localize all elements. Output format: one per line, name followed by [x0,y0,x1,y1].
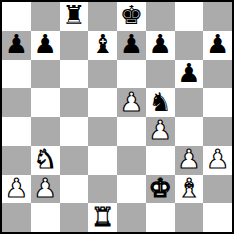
square-a2[interactable]: ♟ [2,175,31,204]
white-pawn[interactable]: ♟ [33,175,56,201]
square-g5[interactable] [175,88,204,117]
square-e1[interactable] [117,203,146,232]
square-d7[interactable]: ♝ [88,31,117,60]
square-g1[interactable] [175,203,204,232]
square-d5[interactable] [88,88,117,117]
white-pawn[interactable]: ♟ [177,146,200,172]
white-pawn[interactable]: ♟ [148,117,171,143]
square-d1[interactable]: ♜ [88,203,117,232]
square-g8[interactable] [175,2,204,31]
square-c6[interactable] [60,60,89,89]
square-f4[interactable]: ♟ [146,117,175,146]
black-pawn[interactable]: ♟ [148,31,171,57]
black-pawn[interactable]: ♟ [120,31,143,57]
square-c2[interactable] [60,175,89,204]
square-f1[interactable] [146,203,175,232]
square-c4[interactable] [60,117,89,146]
chess-diagram: ♜♚♟♟♝♟♟♟♟♟♞♟♞♟♟♟♟♚♝♜ [0,0,234,234]
square-b5[interactable] [31,88,60,117]
square-a5[interactable] [2,88,31,117]
square-c3[interactable] [60,146,89,175]
square-a4[interactable] [2,117,31,146]
square-f8[interactable] [146,2,175,31]
white-bishop[interactable]: ♝ [177,175,200,201]
square-h6[interactable] [203,60,232,89]
square-g2[interactable]: ♝ [175,175,204,204]
square-e5[interactable]: ♟ [117,88,146,117]
square-b1[interactable] [31,203,60,232]
square-e8[interactable]: ♚ [117,2,146,31]
black-king[interactable]: ♚ [120,2,143,28]
black-pawn[interactable]: ♟ [5,31,28,57]
square-a7[interactable]: ♟ [2,31,31,60]
white-pawn[interactable]: ♟ [120,89,143,115]
square-e7[interactable]: ♟ [117,31,146,60]
square-a3[interactable] [2,146,31,175]
square-h3[interactable]: ♟ [203,146,232,175]
square-d6[interactable] [88,60,117,89]
square-b3[interactable]: ♞ [31,146,60,175]
square-f2[interactable]: ♚ [146,175,175,204]
square-d3[interactable] [88,146,117,175]
square-g3[interactable]: ♟ [175,146,204,175]
black-rook[interactable]: ♜ [62,2,85,28]
square-h5[interactable] [203,88,232,117]
square-b4[interactable] [31,117,60,146]
black-bishop[interactable]: ♝ [91,31,114,57]
square-h4[interactable] [203,117,232,146]
square-d8[interactable] [88,2,117,31]
square-e2[interactable] [117,175,146,204]
square-f3[interactable] [146,146,175,175]
chess-board: ♜♚♟♟♝♟♟♟♟♟♞♟♞♟♟♟♟♚♝♜ [0,0,234,234]
square-f5[interactable]: ♞ [146,88,175,117]
black-pawn[interactable]: ♟ [33,31,56,57]
square-a1[interactable] [2,203,31,232]
square-c1[interactable] [60,203,89,232]
square-e4[interactable] [117,117,146,146]
square-c8[interactable]: ♜ [60,2,89,31]
square-b6[interactable] [31,60,60,89]
white-king[interactable]: ♚ [148,175,171,201]
white-rook[interactable]: ♜ [91,204,114,230]
square-d4[interactable] [88,117,117,146]
square-g4[interactable] [175,117,204,146]
white-knight[interactable]: ♞ [33,146,56,172]
white-pawn[interactable]: ♟ [206,146,229,172]
square-g7[interactable] [175,31,204,60]
white-pawn[interactable]: ♟ [5,175,28,201]
square-f7[interactable]: ♟ [146,31,175,60]
square-h1[interactable] [203,203,232,232]
square-f6[interactable] [146,60,175,89]
square-a8[interactable] [2,2,31,31]
square-b7[interactable]: ♟ [31,31,60,60]
black-pawn[interactable]: ♟ [206,31,229,57]
square-b8[interactable] [31,2,60,31]
square-c5[interactable] [60,88,89,117]
square-a6[interactable] [2,60,31,89]
black-knight[interactable]: ♞ [148,89,171,115]
square-h2[interactable] [203,175,232,204]
square-g6[interactable]: ♟ [175,60,204,89]
black-pawn[interactable]: ♟ [177,60,200,86]
square-e3[interactable] [117,146,146,175]
square-d2[interactable] [88,175,117,204]
square-h8[interactable] [203,2,232,31]
square-b2[interactable]: ♟ [31,175,60,204]
square-c7[interactable] [60,31,89,60]
square-e6[interactable] [117,60,146,89]
square-h7[interactable]: ♟ [203,31,232,60]
